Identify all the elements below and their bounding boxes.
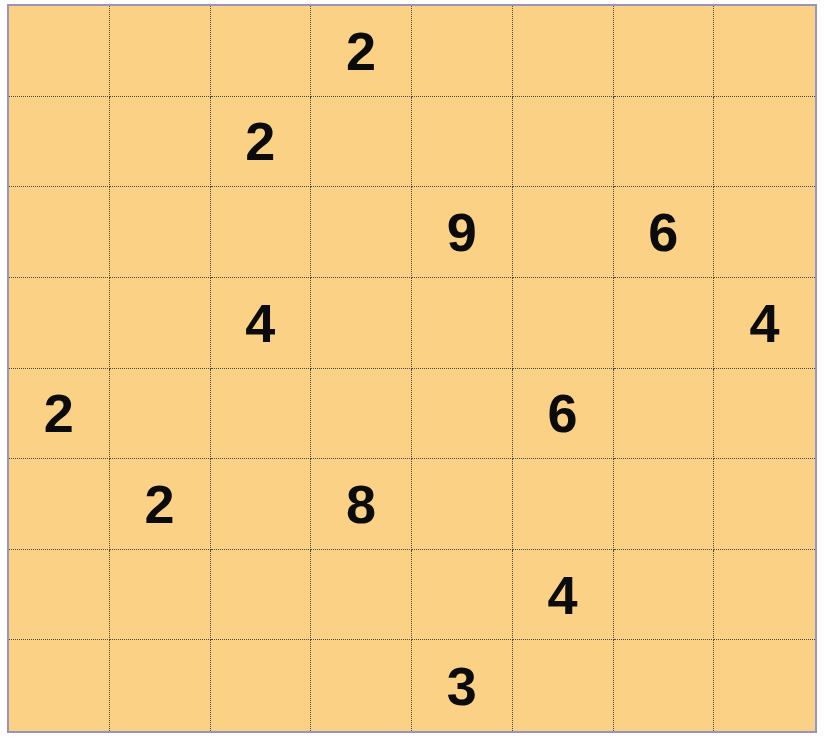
clue-number: 3 (447, 659, 477, 713)
clue-number: 9 (447, 205, 477, 259)
clue-number: 6 (648, 205, 678, 259)
cell-r4c4[interactable] (311, 278, 412, 369)
cell-r2c4[interactable] (311, 97, 412, 188)
clue-number: 4 (750, 296, 780, 350)
cell-r7c8[interactable] (714, 550, 815, 641)
cell-r5c1[interactable]: 2 (9, 369, 110, 460)
cell-r8c7[interactable] (614, 640, 715, 731)
cell-r8c6[interactable] (513, 640, 614, 731)
cell-r4c5[interactable] (412, 278, 513, 369)
clue-number: 6 (548, 386, 578, 440)
cell-r3c3[interactable] (211, 187, 312, 278)
clue-number: 2 (346, 24, 376, 78)
cell-r6c8[interactable] (714, 459, 815, 550)
cell-r8c2[interactable] (110, 640, 211, 731)
clue-number: 2 (145, 477, 175, 531)
cell-r7c6[interactable]: 4 (513, 550, 614, 641)
cell-r3c8[interactable] (714, 187, 815, 278)
cell-r7c7[interactable] (614, 550, 715, 641)
cell-r3c4[interactable] (311, 187, 412, 278)
cell-r7c4[interactable] (311, 550, 412, 641)
clue-number: 4 (245, 296, 275, 350)
cell-r2c2[interactable] (110, 97, 211, 188)
cell-r2c7[interactable] (614, 97, 715, 188)
cell-r5c2[interactable] (110, 369, 211, 460)
cell-r5c3[interactable] (211, 369, 312, 460)
cell-r7c3[interactable] (211, 550, 312, 641)
cell-r1c6[interactable] (513, 6, 614, 97)
cell-r7c1[interactable] (9, 550, 110, 641)
cell-r3c1[interactable] (9, 187, 110, 278)
clue-number: 2 (44, 386, 74, 440)
cell-r6c5[interactable] (412, 459, 513, 550)
cell-r6c1[interactable] (9, 459, 110, 550)
cell-r6c4[interactable]: 8 (311, 459, 412, 550)
cell-r4c7[interactable] (614, 278, 715, 369)
cell-r3c2[interactable] (110, 187, 211, 278)
cell-r8c8[interactable] (714, 640, 815, 731)
cell-r1c4[interactable]: 2 (311, 6, 412, 97)
cell-r6c7[interactable] (614, 459, 715, 550)
clue-number: 8 (346, 477, 376, 531)
cell-r2c8[interactable] (714, 97, 815, 188)
cell-r6c2[interactable]: 2 (110, 459, 211, 550)
cell-r4c1[interactable] (9, 278, 110, 369)
puzzle-board: 229644262843 (7, 4, 817, 733)
cell-r5c8[interactable] (714, 369, 815, 460)
cell-r1c8[interactable] (714, 6, 815, 97)
cell-r3c5[interactable]: 9 (412, 187, 513, 278)
cell-r5c6[interactable]: 6 (513, 369, 614, 460)
cell-r1c2[interactable] (110, 6, 211, 97)
cell-r6c6[interactable] (513, 459, 614, 550)
cell-r8c5[interactable]: 3 (412, 640, 513, 731)
cell-r5c4[interactable] (311, 369, 412, 460)
cell-r3c6[interactable] (513, 187, 614, 278)
cell-r2c6[interactable] (513, 97, 614, 188)
cell-r4c3[interactable]: 4 (211, 278, 312, 369)
cell-r2c5[interactable] (412, 97, 513, 188)
clue-number: 2 (245, 114, 275, 168)
cell-r7c5[interactable] (412, 550, 513, 641)
cell-r8c1[interactable] (9, 640, 110, 731)
puzzle-page: 229644262843 (0, 0, 825, 739)
cell-r2c3[interactable]: 2 (211, 97, 312, 188)
cell-r3c7[interactable]: 6 (614, 187, 715, 278)
cell-r4c2[interactable] (110, 278, 211, 369)
cell-r1c7[interactable] (614, 6, 715, 97)
cell-r6c3[interactable] (211, 459, 312, 550)
cell-r5c7[interactable] (614, 369, 715, 460)
cell-r1c5[interactable] (412, 6, 513, 97)
cell-r7c2[interactable] (110, 550, 211, 641)
cell-r1c1[interactable] (9, 6, 110, 97)
cell-r1c3[interactable] (211, 6, 312, 97)
clue-number: 4 (548, 568, 578, 622)
cell-r8c4[interactable] (311, 640, 412, 731)
cell-r2c1[interactable] (9, 97, 110, 188)
cell-r8c3[interactable] (211, 640, 312, 731)
cell-r4c8[interactable]: 4 (714, 278, 815, 369)
cell-r4c6[interactable] (513, 278, 614, 369)
cell-r5c5[interactable] (412, 369, 513, 460)
